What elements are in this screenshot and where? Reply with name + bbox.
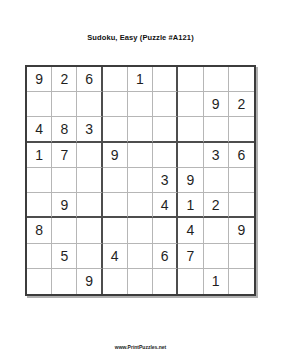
cell-r5c5 <box>128 168 153 193</box>
cell-r2c5 <box>128 92 153 117</box>
cell-r7c8 <box>204 218 229 243</box>
cell-r3c1: 4 <box>27 117 52 142</box>
cell-r3c9 <box>229 117 254 142</box>
cell-r8c8 <box>204 244 229 269</box>
cell-r4c4: 9 <box>103 143 128 168</box>
cell-r1c2: 2 <box>52 67 77 92</box>
cell-r9c8: 1 <box>204 269 229 294</box>
cell-r7c5 <box>128 218 153 243</box>
cell-r4c2: 7 <box>52 143 77 168</box>
cell-r4c1: 1 <box>27 143 52 168</box>
cell-r1c8 <box>204 67 229 92</box>
cell-r5c6: 3 <box>153 168 178 193</box>
cell-r9c7 <box>178 269 203 294</box>
cell-r7c4 <box>103 218 128 243</box>
cell-r3c8 <box>204 117 229 142</box>
cell-r9c2 <box>52 269 77 294</box>
cell-r6c9 <box>229 193 254 218</box>
cell-r8c4: 4 <box>103 244 128 269</box>
cell-r4c7 <box>178 143 203 168</box>
cell-r2c2 <box>52 92 77 117</box>
cell-r3c3: 3 <box>77 117 102 142</box>
cell-r9c4 <box>103 269 128 294</box>
cell-r6c4 <box>103 193 128 218</box>
cell-r2c8: 9 <box>204 92 229 117</box>
cell-r8c5 <box>128 244 153 269</box>
cell-r6c5 <box>128 193 153 218</box>
cell-r4c5 <box>128 143 153 168</box>
cell-r5c8 <box>204 168 229 193</box>
cell-r9c3: 9 <box>77 269 102 294</box>
cell-r2c1 <box>27 92 52 117</box>
page: Sudoku, Easy (Puzzle #A121) 926192483179… <box>0 0 281 363</box>
cell-r2c9: 2 <box>229 92 254 117</box>
cell-r3c2: 8 <box>52 117 77 142</box>
cell-r8c1 <box>27 244 52 269</box>
cell-r1c4 <box>103 67 128 92</box>
cell-r9c1 <box>27 269 52 294</box>
cell-r9c5 <box>128 269 153 294</box>
sudoku-board: 92619248317936399412849546791 <box>25 65 256 296</box>
cell-r4c6 <box>153 143 178 168</box>
cell-r2c6 <box>153 92 178 117</box>
cell-r8c2: 5 <box>52 244 77 269</box>
footer-site-url: www.PrintPuzzles.net <box>0 344 281 350</box>
cell-r7c6 <box>153 218 178 243</box>
cell-r7c7: 4 <box>178 218 203 243</box>
cell-r2c4 <box>103 92 128 117</box>
cell-r7c2 <box>52 218 77 243</box>
cell-r3c7 <box>178 117 203 142</box>
cell-r1c3: 6 <box>77 67 102 92</box>
cell-r4c3 <box>77 143 102 168</box>
cell-r2c7 <box>178 92 203 117</box>
cell-r6c2: 9 <box>52 193 77 218</box>
cell-r8c6: 6 <box>153 244 178 269</box>
cell-r9c9 <box>229 269 254 294</box>
cell-r9c6 <box>153 269 178 294</box>
cell-r5c1 <box>27 168 52 193</box>
cell-r3c5 <box>128 117 153 142</box>
puzzle-title: Sudoku, Easy (Puzzle #A121) <box>0 33 281 42</box>
cell-r1c1: 9 <box>27 67 52 92</box>
cell-r6c8: 2 <box>204 193 229 218</box>
cell-r6c6: 4 <box>153 193 178 218</box>
cell-r7c3 <box>77 218 102 243</box>
cell-r7c1: 8 <box>27 218 52 243</box>
cell-r6c3 <box>77 193 102 218</box>
cell-r6c1 <box>27 193 52 218</box>
cell-r8c7: 7 <box>178 244 203 269</box>
cell-r6c7: 1 <box>178 193 203 218</box>
cell-r8c9 <box>229 244 254 269</box>
cell-r1c7 <box>178 67 203 92</box>
cell-r8c3 <box>77 244 102 269</box>
cell-r5c9 <box>229 168 254 193</box>
cell-r3c4 <box>103 117 128 142</box>
cell-r2c3 <box>77 92 102 117</box>
cell-r1c5: 1 <box>128 67 153 92</box>
cell-r3c6 <box>153 117 178 142</box>
cell-r7c9: 9 <box>229 218 254 243</box>
cell-r4c8: 3 <box>204 143 229 168</box>
cell-r1c9 <box>229 67 254 92</box>
cell-r4c9: 6 <box>229 143 254 168</box>
cell-r1c6 <box>153 67 178 92</box>
cell-r5c2 <box>52 168 77 193</box>
cell-r5c3 <box>77 168 102 193</box>
cell-r5c7: 9 <box>178 168 203 193</box>
cell-r5c4 <box>103 168 128 193</box>
